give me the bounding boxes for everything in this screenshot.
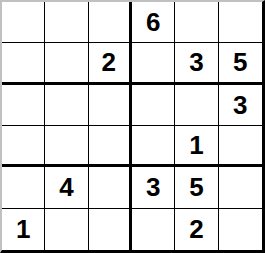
cell-r2c6-given-5[interactable]: 5: [219, 43, 262, 84]
cell-r4c2-empty[interactable]: [45, 126, 88, 167]
cell-r4c6-empty[interactable]: [219, 126, 262, 167]
cell-r4c4-empty[interactable]: [132, 126, 175, 167]
sudoku-board: 62353143512: [2, 2, 262, 250]
cell-r3c5-empty[interactable]: [175, 85, 218, 126]
cell-r3c6-given-3[interactable]: 3: [219, 85, 262, 126]
cell-r5c3-empty[interactable]: [89, 167, 132, 208]
cell-r4c3-empty[interactable]: [89, 126, 132, 167]
cell-r1c3-empty[interactable]: [89, 2, 132, 43]
cell-r5c2-given-4[interactable]: 4: [45, 167, 88, 208]
cell-r2c2-empty[interactable]: [45, 43, 88, 84]
cell-r3c3-empty[interactable]: [89, 85, 132, 126]
cell-r1c4-given-6[interactable]: 6: [132, 2, 175, 43]
cell-r6c6-empty[interactable]: [219, 209, 262, 250]
cell-r2c3-given-2[interactable]: 2: [89, 43, 132, 84]
cell-r5c5-given-5[interactable]: 5: [175, 167, 218, 208]
cell-r6c5-given-2[interactable]: 2: [175, 209, 218, 250]
cell-r2c4-empty[interactable]: [132, 43, 175, 84]
cell-r1c1-empty[interactable]: [2, 2, 45, 43]
cell-r3c1-empty[interactable]: [2, 85, 45, 126]
cell-r2c5-given-3[interactable]: 3: [175, 43, 218, 84]
cell-r3c2-empty[interactable]: [45, 85, 88, 126]
cell-r1c5-empty[interactable]: [175, 2, 218, 43]
cell-r6c4-empty[interactable]: [132, 209, 175, 250]
cell-r1c2-empty[interactable]: [45, 2, 88, 43]
cell-r6c1-given-1[interactable]: 1: [2, 209, 45, 250]
cell-r4c1-empty[interactable]: [2, 126, 45, 167]
cell-r6c2-empty[interactable]: [45, 209, 88, 250]
cell-r6c3-empty[interactable]: [89, 209, 132, 250]
cell-r4c5-given-1[interactable]: 1: [175, 126, 218, 167]
sudoku-board-frame: 62353143512: [0, 0, 265, 253]
cell-r3c4-empty[interactable]: [132, 85, 175, 126]
cell-r2c1-empty[interactable]: [2, 43, 45, 84]
cell-r1c6-empty[interactable]: [219, 2, 262, 43]
cell-r5c1-empty[interactable]: [2, 167, 45, 208]
cell-r5c6-empty[interactable]: [219, 167, 262, 208]
cell-r5c4-given-3[interactable]: 3: [132, 167, 175, 208]
